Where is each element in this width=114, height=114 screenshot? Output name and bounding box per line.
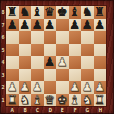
piece-black-pawn[interactable]: ♟ (44, 19, 55, 32)
square-f5[interactable] (69, 44, 82, 57)
file-label-c: C (34, 108, 41, 113)
file-label-b: B (21, 108, 28, 113)
square-e7[interactable] (56, 19, 69, 32)
square-e2[interactable] (56, 81, 69, 94)
square-h1[interactable]: ♜ (94, 94, 107, 107)
piece-black-bishop[interactable]: ♝ (32, 6, 43, 19)
square-f1[interactable]: ♝ (69, 94, 82, 107)
piece-black-pawn[interactable]: ♟ (69, 19, 80, 32)
square-c6[interactable] (31, 31, 44, 44)
file-label-d: D (46, 108, 53, 113)
square-c8[interactable]: ♝ (31, 6, 44, 19)
square-a1[interactable]: ♜ (6, 94, 19, 107)
piece-white-bishop[interactable]: ♝ (69, 94, 80, 107)
chess-board-frame: 87654321 ♜♞♝♛♚♝♞♜♟♟♟♟♟♟♟♟♟♟♟♟♟♟♟♜♞♝♛♚♝♞♜… (0, 0, 114, 114)
square-b1[interactable]: ♞ (19, 94, 32, 107)
rank-label-6: 6 (1, 34, 4, 41)
piece-white-knight[interactable]: ♞ (19, 94, 30, 107)
piece-white-bishop[interactable]: ♝ (32, 94, 43, 107)
piece-white-knight[interactable]: ♞ (82, 94, 93, 107)
piece-black-pawn[interactable]: ♟ (32, 19, 43, 32)
square-a4[interactable] (6, 56, 19, 69)
rank-label-3: 3 (1, 71, 4, 78)
square-h2[interactable]: ♟ (94, 81, 107, 94)
square-a8[interactable]: ♜ (6, 6, 19, 19)
piece-white-pawn[interactable]: ♟ (32, 81, 43, 94)
square-d3[interactable] (44, 69, 57, 82)
chess-board[interactable]: ♜♞♝♛♚♝♞♜♟♟♟♟♟♟♟♟♟♟♟♟♟♟♟♜♞♝♛♚♝♞♜ (6, 6, 106, 106)
square-f4[interactable] (69, 56, 82, 69)
square-g7[interactable]: ♟ (81, 19, 94, 32)
square-h4[interactable] (94, 56, 107, 69)
square-c4[interactable] (31, 56, 44, 69)
square-d7[interactable]: ♟ (44, 19, 57, 32)
square-e4[interactable]: ♟ (56, 56, 69, 69)
rank-label-2: 2 (1, 84, 4, 91)
piece-white-king[interactable]: ♚ (57, 94, 68, 107)
square-h8[interactable]: ♜ (94, 6, 107, 19)
piece-black-queen[interactable]: ♛ (44, 6, 55, 19)
square-e1[interactable]: ♚ (56, 94, 69, 107)
square-b6[interactable] (19, 31, 32, 44)
file-label-g: G (84, 108, 91, 113)
rank-label-7: 7 (1, 21, 4, 28)
square-c1[interactable]: ♝ (31, 94, 44, 107)
rank-label-4: 4 (1, 59, 4, 66)
square-b2[interactable]: ♟ (19, 81, 32, 94)
square-d2[interactable] (44, 81, 57, 94)
square-d1[interactable]: ♛ (44, 94, 57, 107)
piece-white-pawn[interactable]: ♟ (7, 81, 18, 94)
rank-label-5: 5 (1, 46, 4, 53)
file-label-f: F (71, 108, 78, 113)
square-b8[interactable]: ♞ (19, 6, 32, 19)
square-c5[interactable] (31, 44, 44, 57)
piece-black-pawn[interactable]: ♟ (44, 56, 55, 69)
piece-white-pawn[interactable]: ♟ (57, 56, 68, 69)
piece-white-pawn[interactable]: ♟ (69, 81, 80, 94)
square-g8[interactable]: ♞ (81, 6, 94, 19)
square-c7[interactable]: ♟ (31, 19, 44, 32)
file-labels: ABCDEFGH (6, 106, 106, 114)
square-a2[interactable]: ♟ (6, 81, 19, 94)
square-g2[interactable]: ♟ (81, 81, 94, 94)
square-a7[interactable]: ♟ (6, 19, 19, 32)
piece-black-king[interactable]: ♚ (57, 6, 68, 19)
piece-white-queen[interactable]: ♛ (44, 94, 55, 107)
piece-white-pawn[interactable]: ♟ (94, 81, 105, 94)
square-a6[interactable] (6, 31, 19, 44)
square-g4[interactable] (81, 56, 94, 69)
piece-black-pawn[interactable]: ♟ (7, 19, 18, 32)
piece-black-knight[interactable]: ♞ (19, 6, 30, 19)
piece-white-rook[interactable]: ♜ (94, 94, 105, 107)
file-label-a: A (9, 108, 16, 113)
square-b5[interactable] (19, 44, 32, 57)
piece-black-pawn[interactable]: ♟ (94, 19, 105, 32)
file-label-e: E (59, 108, 66, 113)
piece-black-pawn[interactable]: ♟ (19, 19, 30, 32)
square-a5[interactable] (6, 44, 19, 57)
square-g1[interactable]: ♞ (81, 94, 94, 107)
square-c2[interactable]: ♟ (31, 81, 44, 94)
piece-black-rook[interactable]: ♜ (94, 6, 105, 19)
square-d8[interactable]: ♛ (44, 6, 57, 19)
piece-black-rook[interactable]: ♜ (7, 6, 18, 19)
piece-black-bishop[interactable]: ♝ (69, 6, 80, 19)
square-h6[interactable] (94, 31, 107, 44)
rank-label-1: 1 (1, 96, 4, 103)
square-e6[interactable] (56, 31, 69, 44)
piece-black-pawn[interactable]: ♟ (82, 19, 93, 32)
square-g5[interactable] (81, 44, 94, 57)
square-f6[interactable] (69, 31, 82, 44)
piece-black-knight[interactable]: ♞ (82, 6, 93, 19)
piece-white-pawn[interactable]: ♟ (19, 81, 30, 94)
square-f7[interactable]: ♟ (69, 19, 82, 32)
piece-white-rook[interactable]: ♜ (7, 94, 18, 107)
square-h7[interactable]: ♟ (94, 19, 107, 32)
square-f2[interactable]: ♟ (69, 81, 82, 94)
square-g6[interactable] (81, 31, 94, 44)
square-b4[interactable] (19, 56, 32, 69)
square-e8[interactable]: ♚ (56, 6, 69, 19)
piece-white-pawn[interactable]: ♟ (82, 81, 93, 94)
file-label-h: H (96, 108, 103, 113)
rank-label-8: 8 (1, 9, 4, 16)
square-d6[interactable] (44, 31, 57, 44)
square-e3[interactable] (56, 69, 69, 82)
square-d4[interactable]: ♟ (44, 56, 57, 69)
square-f8[interactable]: ♝ (69, 6, 82, 19)
square-b7[interactable]: ♟ (19, 19, 32, 32)
square-h5[interactable] (94, 44, 107, 57)
